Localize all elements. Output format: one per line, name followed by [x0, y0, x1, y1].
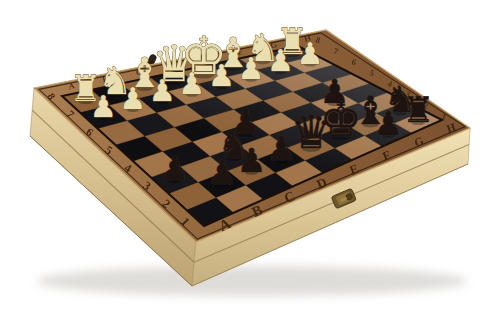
- piece-black-rook-h1[interactable]: ♜: [402, 90, 433, 130]
- piece-white-pawn-h7[interactable]: ♟: [297, 36, 324, 71]
- ground-shadow: [37, 266, 467, 296]
- piece-black-pawn-c2[interactable]: ♟: [237, 141, 267, 180]
- chess-board-scene: AA11BB22CC33DD44EE55FF66GG77HH88♜♞♝♛♚♝♞♜…: [0, 0, 500, 310]
- piece-white-pawn-d7[interactable]: ♟: [179, 66, 206, 101]
- product-photo: AA11BB22CC33DD44EE55FF66GG77HH88♜♞♝♛♚♝♞♜…: [0, 0, 500, 310]
- piece-black-pawn-a3[interactable]: ♟: [160, 149, 190, 188]
- piece-white-pawn-f7[interactable]: ♟: [238, 51, 265, 86]
- piece-black-pawn-b2[interactable]: ♟: [207, 153, 237, 192]
- piece-white-pawn-c7[interactable]: ♟: [149, 73, 176, 108]
- piece-white-pawn-b7[interactable]: ♟: [119, 81, 146, 116]
- piece-white-pawn-e7[interactable]: ♟: [208, 58, 235, 93]
- piece-black-pawn-g1[interactable]: ♟: [374, 104, 404, 143]
- piece-white-pawn-g7[interactable]: ♟: [267, 43, 294, 78]
- piece-white-pawn-a7[interactable]: ♟: [90, 89, 117, 124]
